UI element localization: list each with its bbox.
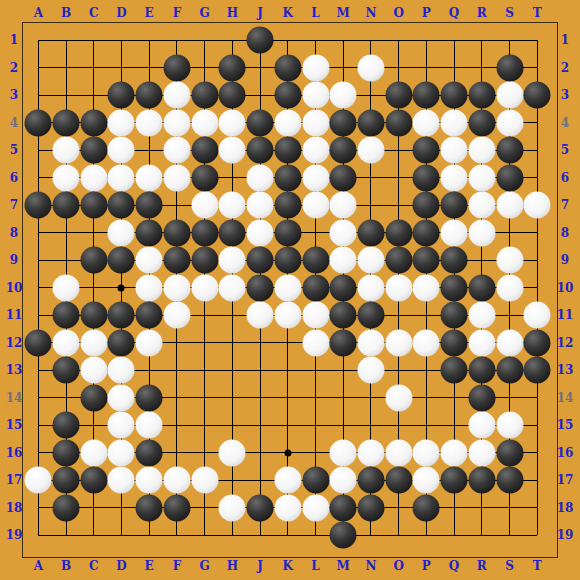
stone-black-f9[interactable] [163,247,190,274]
stone-white-o16[interactable] [385,439,412,466]
stone-white-e6[interactable] [136,164,163,191]
column-label-top-l: L [311,6,319,20]
stone-white-p10[interactable] [413,274,440,301]
stone-white-j8[interactable] [247,219,274,246]
column-label-bottom-a: A [34,559,43,573]
column-label-bottom-l: L [311,559,319,573]
row-label-right-19: 19 [557,528,574,542]
column-label-top-k: K [283,6,293,20]
stone-white-f5[interactable] [163,137,190,164]
stone-black-n4[interactable] [357,109,384,136]
grid-line-vertical [537,40,538,535]
row-label-left-2: 2 [10,61,18,75]
stone-white-s10[interactable] [496,274,523,301]
stone-white-q8[interactable] [441,219,468,246]
column-label-bottom-e: E [145,559,154,573]
stone-black-b13[interactable] [53,357,80,384]
stone-white-m8[interactable] [330,219,357,246]
stone-white-b5[interactable] [53,137,80,164]
stone-black-p8[interactable] [413,219,440,246]
stone-black-j9[interactable] [247,247,274,274]
stone-white-j6[interactable] [247,164,274,191]
row-label-left-19: 19 [6,528,23,542]
stone-black-g3[interactable] [191,82,218,109]
row-label-left-17: 17 [6,473,23,487]
row-label-left-13: 13 [6,363,23,377]
stone-white-f4[interactable] [163,109,190,136]
column-label-bottom-b: B [61,559,71,573]
row-label-right-6: 6 [561,171,569,185]
column-label-bottom-c: C [89,559,99,573]
stone-white-d4[interactable] [108,109,135,136]
stone-black-q12[interactable] [441,329,468,356]
stone-black-k7[interactable] [274,192,301,219]
stone-black-l9[interactable] [302,247,329,274]
stone-white-l6[interactable] [302,164,329,191]
stone-black-m4[interactable] [330,109,357,136]
column-label-top-c: C [89,6,99,20]
stone-black-b18[interactable] [53,494,80,521]
row-label-left-3: 3 [10,88,18,102]
stone-black-b4[interactable] [53,109,80,136]
stone-white-n13[interactable] [357,357,384,384]
stone-white-h18[interactable] [219,494,246,521]
stone-white-l5[interactable] [302,137,329,164]
stone-white-l12[interactable] [302,329,329,356]
stone-black-d9[interactable] [108,247,135,274]
column-label-top-j: J [257,6,263,20]
stone-black-e3[interactable] [136,82,163,109]
stone-black-h2[interactable] [219,54,246,81]
row-label-left-15: 15 [6,418,23,432]
stone-white-n12[interactable] [357,329,384,356]
stone-black-b11[interactable] [53,302,80,329]
stone-white-r11[interactable] [468,302,495,329]
stone-white-d15[interactable] [108,412,135,439]
stone-black-m5[interactable] [330,137,357,164]
column-label-top-e: E [145,6,154,20]
stone-white-l18[interactable] [302,494,329,521]
stone-black-t12[interactable] [524,329,551,356]
stone-black-s2[interactable] [496,54,523,81]
stone-white-h16[interactable] [219,439,246,466]
column-label-bottom-t: T [533,559,542,573]
stone-black-k2[interactable] [274,54,301,81]
stone-white-j11[interactable] [247,302,274,329]
stone-white-b6[interactable] [53,164,80,191]
stone-black-n17[interactable] [357,467,384,494]
stone-white-s9[interactable] [496,247,523,274]
stone-black-n11[interactable] [357,302,384,329]
stone-black-c4[interactable] [80,109,107,136]
stone-black-o17[interactable] [385,467,412,494]
stone-white-q4[interactable] [441,109,468,136]
row-label-right-3: 3 [561,88,569,102]
row-label-left-4: 4 [10,116,18,130]
stone-white-s15[interactable] [496,412,523,439]
column-label-top-r: R [477,6,487,20]
stone-white-f17[interactable] [163,467,190,494]
row-label-left-14: 14 [6,391,23,405]
stone-black-b17[interactable] [53,467,80,494]
stone-black-a7[interactable] [25,192,52,219]
stone-black-l10[interactable] [302,274,329,301]
stone-white-t11[interactable] [524,302,551,329]
stone-white-k18[interactable] [274,494,301,521]
row-label-right-17: 17 [557,473,574,487]
stone-white-r7[interactable] [468,192,495,219]
stone-black-r14[interactable] [468,384,495,411]
stone-black-j10[interactable] [247,274,274,301]
stone-black-c5[interactable] [80,137,107,164]
stone-black-b16[interactable] [53,439,80,466]
stone-black-m19[interactable] [330,522,357,549]
row-label-right-13: 13 [557,363,574,377]
column-label-bottom-r: R [477,559,487,573]
row-label-left-10: 10 [6,281,23,295]
row-label-right-2: 2 [561,61,569,75]
stone-white-r15[interactable] [468,412,495,439]
stone-black-c14[interactable] [80,384,107,411]
stone-black-o9[interactable] [385,247,412,274]
column-label-top-p: P [422,6,431,20]
stone-white-p17[interactable] [413,467,440,494]
stone-black-p3[interactable] [413,82,440,109]
row-label-left-8: 8 [10,226,18,240]
stone-white-m16[interactable] [330,439,357,466]
stone-white-e9[interactable] [136,247,163,274]
column-label-top-n: N [365,6,376,20]
stone-black-r13[interactable] [468,357,495,384]
stone-white-d6[interactable] [108,164,135,191]
stone-black-e16[interactable] [136,439,163,466]
row-label-left-5: 5 [10,143,18,157]
stone-white-e4[interactable] [136,109,163,136]
stone-black-q7[interactable] [441,192,468,219]
stone-black-h3[interactable] [219,82,246,109]
column-label-top-s: S [505,6,514,20]
stone-white-m3[interactable] [330,82,357,109]
row-label-left-9: 9 [10,253,18,267]
column-label-bottom-p: P [422,559,431,573]
stone-black-j4[interactable] [247,109,274,136]
row-label-right-5: 5 [561,143,569,157]
stone-black-e18[interactable] [136,494,163,521]
stone-white-e17[interactable] [136,467,163,494]
stone-white-p16[interactable] [413,439,440,466]
stone-black-g8[interactable] [191,219,218,246]
stone-black-r3[interactable] [468,82,495,109]
stone-black-s5[interactable] [496,137,523,164]
stone-black-r17[interactable] [468,467,495,494]
stone-white-p12[interactable] [413,329,440,356]
row-label-left-7: 7 [10,198,18,212]
stone-black-n8[interactable] [357,219,384,246]
column-label-bottom-j: J [257,559,263,573]
stone-white-q5[interactable] [441,137,468,164]
stone-black-j5[interactable] [247,137,274,164]
stone-white-h10[interactable] [219,274,246,301]
row-label-right-12: 12 [557,336,574,350]
stone-white-l11[interactable] [302,302,329,329]
row-label-left-11: 11 [6,308,23,322]
column-label-bottom-k: K [283,559,293,573]
stone-white-q16[interactable] [441,439,468,466]
row-label-right-7: 7 [561,198,569,212]
star-point-d10 [118,284,125,291]
column-label-bottom-h: H [227,559,238,573]
stone-white-b10[interactable] [53,274,80,301]
stone-white-b12[interactable] [53,329,80,356]
stone-black-a12[interactable] [25,329,52,356]
stone-black-n18[interactable] [357,494,384,521]
stone-white-r16[interactable] [468,439,495,466]
stone-white-c13[interactable] [80,357,107,384]
stone-black-c9[interactable] [80,247,107,274]
stone-white-q6[interactable] [441,164,468,191]
stone-black-d3[interactable] [108,82,135,109]
column-label-top-h: H [227,6,238,20]
stone-black-k6[interactable] [274,164,301,191]
stone-white-f11[interactable] [163,302,190,329]
stone-black-k3[interactable] [274,82,301,109]
stone-black-a4[interactable] [25,109,52,136]
stone-white-m17[interactable] [330,467,357,494]
stone-black-b15[interactable] [53,412,80,439]
stone-black-o3[interactable] [385,82,412,109]
column-label-bottom-f: F [173,559,182,573]
stone-white-d13[interactable] [108,357,135,384]
stone-white-s4[interactable] [496,109,523,136]
stone-white-h5[interactable] [219,137,246,164]
column-label-bottom-n: N [365,559,376,573]
row-label-left-6: 6 [10,171,18,185]
stone-white-l2[interactable] [302,54,329,81]
stone-white-l7[interactable] [302,192,329,219]
stone-white-g17[interactable] [191,467,218,494]
row-label-right-11: 11 [557,308,574,322]
stone-white-k17[interactable] [274,467,301,494]
stone-black-q10[interactable] [441,274,468,301]
stone-white-s3[interactable] [496,82,523,109]
stone-black-d11[interactable] [108,302,135,329]
stone-black-m10[interactable] [330,274,357,301]
stone-black-k8[interactable] [274,219,301,246]
stone-black-r4[interactable] [468,109,495,136]
stone-white-g10[interactable] [191,274,218,301]
stone-white-d14[interactable] [108,384,135,411]
stone-black-r10[interactable] [468,274,495,301]
stone-white-k10[interactable] [274,274,301,301]
stone-white-d8[interactable] [108,219,135,246]
stone-white-r6[interactable] [468,164,495,191]
row-label-right-15: 15 [557,418,574,432]
stone-white-s12[interactable] [496,329,523,356]
stone-white-c6[interactable] [80,164,107,191]
row-label-right-10: 10 [557,281,574,295]
stone-black-p18[interactable] [413,494,440,521]
stone-black-l17[interactable] [302,467,329,494]
stone-black-e11[interactable] [136,302,163,329]
column-label-bottom-q: Q [449,559,459,573]
stone-white-m9[interactable] [330,247,357,274]
row-label-left-18: 18 [6,501,23,515]
stone-white-e10[interactable] [136,274,163,301]
stone-black-b7[interactable] [53,192,80,219]
row-label-left-12: 12 [6,336,23,350]
stone-white-k4[interactable] [274,109,301,136]
column-label-top-d: D [116,6,126,20]
stone-black-s6[interactable] [496,164,523,191]
stone-black-f2[interactable] [163,54,190,81]
stone-black-p7[interactable] [413,192,440,219]
stone-white-p4[interactable] [413,109,440,136]
stone-black-f8[interactable] [163,219,190,246]
stone-black-p6[interactable] [413,164,440,191]
stone-black-j1[interactable] [247,27,274,54]
column-label-bottom-g: G [199,559,209,573]
stone-black-c17[interactable] [80,467,107,494]
stone-black-m12[interactable] [330,329,357,356]
stone-white-m7[interactable] [330,192,357,219]
stone-black-d12[interactable] [108,329,135,356]
stone-black-m6[interactable] [330,164,357,191]
column-label-bottom-m: M [337,559,350,573]
stone-black-p5[interactable] [413,137,440,164]
stone-black-s17[interactable] [496,467,523,494]
stone-black-c11[interactable] [80,302,107,329]
stone-white-o10[interactable] [385,274,412,301]
stone-white-h4[interactable] [219,109,246,136]
stone-black-g6[interactable] [191,164,218,191]
stone-black-m11[interactable] [330,302,357,329]
stone-white-o12[interactable] [385,329,412,356]
stone-white-d17[interactable] [108,467,135,494]
stone-black-k9[interactable] [274,247,301,274]
stone-black-e8[interactable] [136,219,163,246]
stone-white-l3[interactable] [302,82,329,109]
stone-white-r12[interactable] [468,329,495,356]
go-board-screenshot: AABBCCDDEEFFGGHHJJKKLLMMNNOOPPQQRRSSTT11… [0,0,580,580]
stone-white-c16[interactable] [80,439,107,466]
stone-white-a17[interactable] [25,467,52,494]
column-label-top-m: M [337,6,350,20]
stone-black-o4[interactable] [385,109,412,136]
stone-black-g9[interactable] [191,247,218,274]
stone-black-q13[interactable] [441,357,468,384]
stone-white-e12[interactable] [136,329,163,356]
row-label-left-16: 16 [6,446,23,460]
stone-black-q17[interactable] [441,467,468,494]
stone-black-o8[interactable] [385,219,412,246]
row-label-right-18: 18 [557,501,574,515]
stone-black-q3[interactable] [441,82,468,109]
column-label-top-a: A [34,6,43,20]
row-label-right-16: 16 [557,446,574,460]
stone-white-d5[interactable] [108,137,135,164]
row-label-left-1: 1 [10,33,18,47]
stone-white-f3[interactable] [163,82,190,109]
column-label-top-o: O [393,6,403,20]
stone-white-d16[interactable] [108,439,135,466]
column-label-bottom-o: O [393,559,403,573]
row-label-right-8: 8 [561,226,569,240]
grid-line-horizontal [38,535,537,536]
column-label-top-b: B [61,6,71,20]
column-label-top-g: G [199,6,209,20]
stone-black-g5[interactable] [191,137,218,164]
stone-white-n2[interactable] [357,54,384,81]
stone-black-s13[interactable] [496,357,523,384]
stone-white-f6[interactable] [163,164,190,191]
stone-white-j7[interactable] [247,192,274,219]
stone-white-g4[interactable] [191,109,218,136]
row-label-right-9: 9 [561,253,569,267]
column-label-top-f: F [173,6,182,20]
stone-white-h7[interactable] [219,192,246,219]
stone-white-r5[interactable] [468,137,495,164]
column-label-top-q: Q [449,6,459,20]
stone-black-t3[interactable] [524,82,551,109]
stone-white-c12[interactable] [80,329,107,356]
row-label-right-14: 14 [557,391,574,405]
stone-black-j18[interactable] [247,494,274,521]
column-label-top-t: T [533,6,542,20]
stone-black-h8[interactable] [219,219,246,246]
row-label-right-4: 4 [561,116,569,130]
star-point-k16 [284,449,291,456]
stone-white-n9[interactable] [357,247,384,274]
stone-white-t7[interactable] [524,192,551,219]
stone-white-n5[interactable] [357,137,384,164]
stone-white-f10[interactable] [163,274,190,301]
stone-black-f18[interactable] [163,494,190,521]
column-label-bottom-s: S [505,559,514,573]
stone-white-o14[interactable] [385,384,412,411]
stone-black-d7[interactable] [108,192,135,219]
stone-white-n10[interactable] [357,274,384,301]
stone-black-e7[interactable] [136,192,163,219]
stone-black-s16[interactable] [496,439,523,466]
column-label-bottom-d: D [116,559,126,573]
stone-black-p9[interactable] [413,247,440,274]
stone-white-g7[interactable] [191,192,218,219]
stone-white-h9[interactable] [219,247,246,274]
stone-black-k5[interactable] [274,137,301,164]
stone-white-l4[interactable] [302,109,329,136]
stone-black-t13[interactable] [524,357,551,384]
stone-white-k11[interactable] [274,302,301,329]
stone-white-e15[interactable] [136,412,163,439]
stone-white-r8[interactable] [468,219,495,246]
stone-white-s7[interactable] [496,192,523,219]
stone-black-e14[interactable] [136,384,163,411]
row-label-right-1: 1 [561,33,569,47]
stone-black-q9[interactable] [441,247,468,274]
stone-black-m18[interactable] [330,494,357,521]
stone-white-n16[interactable] [357,439,384,466]
stone-black-c7[interactable] [80,192,107,219]
stone-black-q11[interactable] [441,302,468,329]
